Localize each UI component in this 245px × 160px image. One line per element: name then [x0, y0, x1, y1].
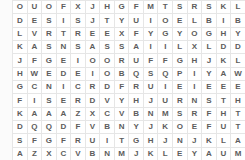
grid-cell[interactable]: A [13, 148, 27, 160]
grid-cell[interactable]: O [86, 54, 100, 66]
grid-cell[interactable]: J [144, 94, 158, 106]
grid-cell[interactable]: H [100, 1, 114, 13]
grid-cell[interactable]: R [129, 81, 143, 93]
grid-cell[interactable]: G [115, 1, 129, 13]
grid-cell[interactable]: Q [129, 68, 143, 80]
grid-cell[interactable]: P [173, 68, 187, 80]
grid-cell[interactable]: A [202, 148, 216, 160]
grid-cell[interactable]: K [144, 148, 158, 160]
grid-cell[interactable]: B [115, 68, 129, 80]
grid-cell[interactable]: C [71, 81, 85, 93]
grid-cell[interactable]: G [42, 54, 56, 66]
grid-cell[interactable]: R [86, 81, 100, 93]
grid-cell[interactable]: B [129, 108, 143, 120]
grid-cell[interactable]: S [71, 14, 85, 26]
grid-cell[interactable]: G [13, 81, 27, 93]
grid-cell[interactable]: O [100, 68, 114, 80]
grid-cell[interactable]: G [42, 134, 56, 146]
grid-cell[interactable]: Y [202, 68, 216, 80]
grid-cell[interactable]: D [217, 41, 231, 53]
grid-cell[interactable]: F [71, 121, 85, 133]
grid-cell[interactable]: N [100, 148, 114, 160]
grid-cell[interactable]: X [86, 108, 100, 120]
grid-cell[interactable]: O [173, 121, 187, 133]
grid-cell[interactable]: E [86, 28, 100, 40]
grid-cell[interactable]: I [71, 54, 85, 66]
grid-cell[interactable]: H [13, 68, 27, 80]
grid-cell[interactable]: S [42, 94, 56, 106]
grid-cell[interactable]: I [28, 94, 42, 106]
grid-cell[interactable]: J [188, 134, 202, 146]
grid-cell[interactable]: O [158, 14, 172, 26]
grid-cell[interactable]: T [158, 1, 172, 13]
grid-cell[interactable]: S [13, 134, 27, 146]
grid-cell[interactable]: N [173, 134, 187, 146]
grid-cell[interactable]: H [217, 108, 231, 120]
grid-cell[interactable]: E [173, 14, 187, 26]
grid-cell[interactable]: E [173, 148, 187, 160]
grid-cell[interactable]: I [86, 68, 100, 80]
grid-cell[interactable]: L [13, 28, 27, 40]
grid-cell[interactable]: Q [28, 121, 42, 133]
grid-cell[interactable]: R [71, 134, 85, 146]
grid-cell[interactable]: F [202, 108, 216, 120]
grid-cell[interactable]: G [202, 28, 216, 40]
grid-cell[interactable]: C [28, 81, 42, 93]
grid-cell[interactable]: Q [158, 68, 172, 80]
grid-cell[interactable]: D [86, 94, 100, 106]
grid-cell[interactable]: K [158, 121, 172, 133]
grid-cell[interactable]: J [144, 121, 158, 133]
grid-cell[interactable]: E [42, 68, 56, 80]
grid-cell[interactable]: I [57, 14, 71, 26]
grid-cell[interactable]: J [158, 134, 172, 146]
grid-cell[interactable]: G [173, 54, 187, 66]
grid-cell[interactable]: I [217, 14, 231, 26]
grid-cell[interactable]: A [42, 108, 56, 120]
grid-cell[interactable]: E [188, 121, 202, 133]
grid-cell[interactable]: O [100, 54, 114, 66]
grid-cell[interactable]: J [86, 14, 100, 26]
grid-cell[interactable]: E [173, 81, 187, 93]
grid-cell[interactable]: T [217, 94, 231, 106]
grid-cell[interactable]: S [202, 94, 216, 106]
grid-cell[interactable]: T [57, 28, 71, 40]
grid-cell[interactable]: I [158, 41, 172, 53]
grid-cell[interactable]: R [42, 28, 56, 40]
grid-cell[interactable]: E [231, 81, 245, 93]
grid-cell[interactable]: S [173, 1, 187, 13]
grid-cell[interactable]: F [57, 1, 71, 13]
grid-cell[interactable]: F [202, 121, 216, 133]
grid-cell[interactable]: L [231, 1, 245, 13]
grid-cell[interactable]: D [57, 121, 71, 133]
grid-cell[interactable]: D [13, 14, 27, 26]
grid-cell[interactable]: V [28, 28, 42, 40]
grid-cell[interactable]: H [188, 54, 202, 66]
grid-cell[interactable]: S [42, 41, 56, 53]
grid-cell[interactable]: H [144, 134, 158, 146]
grid-cell[interactable]: F [28, 134, 42, 146]
grid-cell[interactable]: S [100, 41, 114, 53]
grid-cell[interactable]: U [86, 134, 100, 146]
grid-cell[interactable]: A [129, 41, 143, 53]
grid-cell[interactable]: S [115, 41, 129, 53]
grid-cell[interactable]: F [28, 54, 42, 66]
grid-cell[interactable]: V [115, 108, 129, 120]
grid-cell[interactable]: N [188, 94, 202, 106]
word-search-board: OUOFXJHGFMTSRSKLDESISJTYUIOELBIBLVRTREEX… [12, 0, 245, 160]
grid-cell[interactable]: N [42, 81, 56, 93]
grid-cell[interactable]: E [217, 81, 231, 93]
grid-cell[interactable]: N [115, 121, 129, 133]
grid-cell[interactable]: F [57, 134, 71, 146]
grid-cell[interactable]: M [144, 1, 158, 13]
grid-cell[interactable]: I [188, 81, 202, 93]
grid-cell[interactable]: L [158, 148, 172, 160]
grid-cell[interactable]: E [57, 94, 71, 106]
grid-cell[interactable]: T [231, 121, 245, 133]
grid-cell[interactable]: B [231, 14, 245, 26]
grid-cell[interactable]: A [28, 41, 42, 53]
grid-cell[interactable]: K [13, 41, 27, 53]
grid-cell[interactable]: G [129, 134, 143, 146]
grid-cell[interactable]: X [71, 1, 85, 13]
grid-cell[interactable]: F [13, 94, 27, 106]
grid-cell[interactable]: F [158, 54, 172, 66]
grid-cell[interactable]: N [144, 108, 158, 120]
grid-cell[interactable]: X [42, 148, 56, 160]
grid-cell[interactable]: R [71, 94, 85, 106]
grid-cell[interactable]: I [158, 81, 172, 93]
grid-cell[interactable]: S [42, 14, 56, 26]
grid-cell[interactable]: G [158, 28, 172, 40]
grid-cell[interactable]: X [115, 28, 129, 40]
grid-cell[interactable]: I [188, 68, 202, 80]
grid-cell[interactable]: R [188, 108, 202, 120]
grid-cell[interactable]: Y [231, 28, 245, 40]
grid-cell[interactable]: D [13, 121, 27, 133]
grid-cell[interactable]: S [173, 108, 187, 120]
grid-cell[interactable]: A [28, 108, 42, 120]
grid-cell[interactable]: E [100, 28, 114, 40]
grid-cell[interactable]: T [231, 108, 245, 120]
grid-cell[interactable]: Y [129, 121, 143, 133]
grid-cell[interactable]: N [57, 41, 71, 53]
grid-cell[interactable]: Z [28, 148, 42, 160]
grid-cell[interactable]: F [115, 81, 129, 93]
grid-cell[interactable]: C [100, 108, 114, 120]
grid-cell[interactable]: U [217, 121, 231, 133]
grid-cell[interactable]: M [231, 148, 245, 160]
grid-cell[interactable]: T [115, 134, 129, 146]
grid-cell[interactable]: U [129, 14, 143, 26]
grid-cell[interactable]: U [158, 94, 172, 106]
grid-cell[interactable]: C [57, 148, 71, 160]
grid-cell[interactable]: E [57, 54, 71, 66]
grid-cell[interactable]: I [144, 14, 158, 26]
grid-cell[interactable]: I [57, 81, 71, 93]
grid-cell[interactable]: V [71, 148, 85, 160]
grid-cell[interactable]: K [217, 1, 231, 13]
grid-cell[interactable]: S [144, 68, 158, 80]
letter-grid: OUOFXJHGFMTSRSKLDESISJTYUIOELBIBLVRTREEX… [12, 0, 245, 160]
grid-cell[interactable]: T [100, 14, 114, 26]
grid-cell[interactable]: M [158, 108, 172, 120]
grid-cell[interactable]: Z [71, 108, 85, 120]
grid-cell[interactable]: L [173, 41, 187, 53]
grid-cell[interactable]: J [86, 1, 100, 13]
grid-cell[interactable]: E [71, 68, 85, 80]
grid-cell[interactable]: Y [115, 94, 129, 106]
grid-cell[interactable]: L [217, 134, 231, 146]
grid-cell[interactable]: H [217, 28, 231, 40]
grid-cell[interactable]: Y [115, 14, 129, 26]
grid-cell[interactable]: J [129, 148, 143, 160]
grid-cell[interactable]: L [202, 41, 216, 53]
grid-cell[interactable]: R [173, 94, 187, 106]
grid-cell[interactable]: B [202, 14, 216, 26]
grid-cell[interactable]: K [217, 54, 231, 66]
grid-cell[interactable]: S [71, 41, 85, 53]
grid-cell[interactable]: U [129, 54, 143, 66]
grid-cell[interactable]: U [28, 1, 42, 13]
grid-cell[interactable]: I [144, 41, 158, 53]
grid-cell[interactable]: Q [42, 121, 56, 133]
grid-cell[interactable]: O [42, 1, 56, 13]
grid-cell[interactable]: Y [144, 28, 158, 40]
grid-cell[interactable]: I [100, 134, 114, 146]
grid-cell[interactable]: A [217, 68, 231, 80]
grid-cell[interactable]: L [231, 54, 245, 66]
grid-cell[interactable]: H [129, 94, 143, 106]
grid-cell[interactable]: B [86, 148, 100, 160]
grid-cell[interactable]: K [202, 134, 216, 146]
grid-cell[interactable]: Y [173, 28, 187, 40]
grid-cell[interactable]: K [13, 108, 27, 120]
grid-cell[interactable]: E [202, 81, 216, 93]
grid-cell[interactable]: Y [188, 148, 202, 160]
grid-cell[interactable]: F [144, 54, 158, 66]
grid-cell[interactable]: A [231, 134, 245, 146]
grid-cell[interactable]: A [86, 41, 100, 53]
grid-cell[interactable]: V [100, 94, 114, 106]
grid-cell[interactable]: E [28, 14, 42, 26]
grid-cell[interactable]: W [231, 68, 245, 80]
grid-cell[interactable]: W [28, 68, 42, 80]
grid-cell[interactable]: U [144, 81, 158, 93]
grid-cell[interactable]: O [13, 1, 27, 13]
grid-cell[interactable]: O [188, 28, 202, 40]
grid-cell[interactable]: M [115, 148, 129, 160]
grid-cell[interactable]: V [86, 121, 100, 133]
grid-cell[interactable]: F [129, 28, 143, 40]
grid-cell[interactable]: B [100, 121, 114, 133]
grid-cell[interactable]: H [231, 94, 245, 106]
grid-cell[interactable]: J [202, 54, 216, 66]
grid-cell[interactable]: L [188, 14, 202, 26]
grid-cell[interactable]: D [57, 68, 71, 80]
grid-cell[interactable]: R [188, 1, 202, 13]
grid-cell[interactable]: U [217, 148, 231, 160]
grid-cell[interactable]: J [13, 54, 27, 66]
grid-cell[interactable]: R [115, 54, 129, 66]
grid-cell[interactable]: R [71, 28, 85, 40]
grid-cell[interactable]: D [100, 81, 114, 93]
grid-cell[interactable]: D [231, 41, 245, 53]
grid-cell[interactable]: A [57, 108, 71, 120]
grid-cell[interactable]: X [188, 41, 202, 53]
grid-cell[interactable]: S [202, 1, 216, 13]
grid-cell[interactable]: F [129, 1, 143, 13]
